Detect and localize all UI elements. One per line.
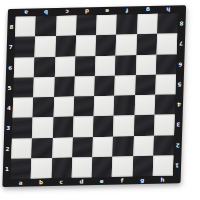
rank-label: 3 xyxy=(174,115,183,135)
chess-board-grid xyxy=(11,13,178,178)
square-b8[interactable] xyxy=(35,16,56,37)
square-g6[interactable] xyxy=(135,54,156,75)
square-f2[interactable] xyxy=(113,136,134,157)
square-f3[interactable] xyxy=(113,116,134,137)
square-b4[interactable] xyxy=(33,97,54,118)
square-h5[interactable] xyxy=(155,74,176,95)
square-b3[interactable] xyxy=(32,117,53,138)
square-c4[interactable] xyxy=(53,97,74,118)
square-c2[interactable] xyxy=(52,137,73,158)
rank-label: 5 xyxy=(175,74,184,94)
rank-label: 2 xyxy=(173,135,182,155)
square-a8[interactable] xyxy=(15,16,36,37)
chess-board: abcdefgh abcdefgh 87654321 87654321 xyxy=(2,5,186,187)
square-c8[interactable] xyxy=(56,16,77,37)
file-label: g xyxy=(132,176,153,184)
square-a3[interactable] xyxy=(12,118,33,139)
square-b7[interactable] xyxy=(35,36,56,57)
square-h4[interactable] xyxy=(154,94,175,115)
square-h2[interactable] xyxy=(153,135,174,156)
square-g5[interactable] xyxy=(135,75,156,96)
file-label: c xyxy=(51,178,72,186)
rank-label: 6 xyxy=(176,54,185,74)
square-e3[interactable] xyxy=(93,116,114,137)
square-d6[interactable] xyxy=(75,56,96,77)
square-d5[interactable] xyxy=(74,76,95,97)
square-c5[interactable] xyxy=(54,76,75,97)
square-a4[interactable] xyxy=(13,97,34,118)
square-e4[interactable] xyxy=(94,96,115,117)
square-h7[interactable] xyxy=(156,34,177,55)
rank-label: 1 xyxy=(173,155,182,175)
square-a1[interactable] xyxy=(11,158,32,179)
square-f1[interactable] xyxy=(112,156,133,177)
file-label: e xyxy=(91,177,112,185)
square-f5[interactable] xyxy=(115,75,136,96)
square-b1[interactable] xyxy=(31,158,52,179)
square-c1[interactable] xyxy=(51,157,72,178)
square-c3[interactable] xyxy=(52,117,73,138)
square-d1[interactable] xyxy=(71,157,92,178)
square-h3[interactable] xyxy=(154,115,175,136)
square-g4[interactable] xyxy=(134,95,155,116)
square-b6[interactable] xyxy=(34,56,55,77)
file-label: f xyxy=(112,176,133,184)
square-f7[interactable] xyxy=(116,35,137,56)
file-label: b xyxy=(31,178,52,186)
file-label: d xyxy=(71,177,92,185)
square-h6[interactable] xyxy=(156,54,177,75)
square-g1[interactable] xyxy=(132,156,153,177)
square-e6[interactable] xyxy=(95,55,116,76)
square-g2[interactable] xyxy=(133,135,154,156)
square-h8[interactable] xyxy=(157,13,178,34)
square-e1[interactable] xyxy=(92,156,113,177)
square-d7[interactable] xyxy=(75,35,96,56)
square-h1[interactable] xyxy=(153,155,174,176)
square-b2[interactable] xyxy=(32,137,53,158)
square-e2[interactable] xyxy=(92,136,113,157)
square-d4[interactable] xyxy=(73,96,94,117)
square-e8[interactable] xyxy=(96,15,117,36)
square-a6[interactable] xyxy=(14,57,35,78)
square-a2[interactable] xyxy=(11,138,32,159)
square-g7[interactable] xyxy=(136,34,157,55)
square-a5[interactable] xyxy=(13,77,34,98)
square-c7[interactable] xyxy=(55,36,76,57)
file-label: h xyxy=(152,175,173,183)
square-a7[interactable] xyxy=(14,37,35,58)
square-f4[interactable] xyxy=(114,95,135,116)
square-d2[interactable] xyxy=(72,137,93,158)
square-g3[interactable] xyxy=(134,115,155,136)
square-d8[interactable] xyxy=(76,15,97,36)
square-f6[interactable] xyxy=(115,55,136,76)
square-f8[interactable] xyxy=(116,14,137,35)
rank-label: 7 xyxy=(177,34,186,54)
rank-label: 4 xyxy=(175,94,184,114)
square-e5[interactable] xyxy=(94,75,115,96)
square-g8[interactable] xyxy=(137,14,158,35)
square-e7[interactable] xyxy=(96,35,117,56)
square-b5[interactable] xyxy=(33,77,54,98)
square-c6[interactable] xyxy=(54,56,75,77)
rank-label: 8 xyxy=(177,13,186,33)
square-d3[interactable] xyxy=(73,116,94,137)
file-label: a xyxy=(10,178,31,186)
